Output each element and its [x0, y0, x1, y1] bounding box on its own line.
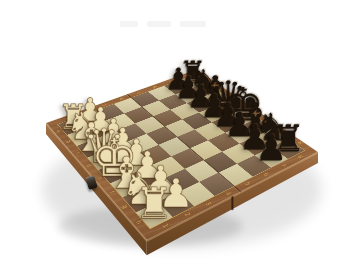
pieces-layer: ♜♟♞♟♝♟♛♟♚♟♟♜♝♟♟♞♞♟♟♝♜♟♟♛♟♚♟♝♟♞♟♜: [0, 0, 349, 276]
product-photo: abcdefgh abcdefgh 87654321 87654321 ♜♟♞♟…: [0, 0, 349, 276]
piece-white-rook[interactable]: ♜: [135, 182, 173, 225]
piece-black-pawn[interactable]: ♟: [255, 130, 287, 166]
